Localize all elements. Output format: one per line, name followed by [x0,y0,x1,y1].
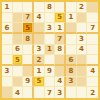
cell-r8c9[interactable] [87,77,98,88]
cell-r6c3[interactable] [23,55,34,66]
cell-r4c3[interactable]: 8 [23,34,34,45]
cell-r1c7[interactable] [66,2,77,13]
cell-r5c5[interactable]: 1 [45,45,56,56]
cell-r9c3[interactable] [23,87,34,98]
cell-r9c8[interactable] [77,87,88,98]
cell-r2c8[interactable] [77,13,88,24]
cell-r2c1[interactable] [2,13,13,24]
cell-r2c4[interactable]: 4 [34,13,45,24]
cell-r6c4[interactable]: 2 [34,55,45,66]
cell-r2c3[interactable]: 7 [23,13,34,24]
cell-r9c1[interactable] [2,87,13,98]
cell-r5c7[interactable] [66,45,77,56]
cell-r4c5[interactable] [45,34,56,45]
cell-r8c7[interactable]: 3 [66,77,77,88]
cell-r3c7[interactable] [66,23,77,34]
cell-r5c3[interactable] [23,45,34,56]
cell-r6c9[interactable] [87,55,98,66]
cell-r9c9[interactable]: 2 [87,87,98,98]
cell-r6c6[interactable] [55,55,66,66]
cell-r1c5[interactable]: 8 [45,2,56,13]
cell-r9c2[interactable]: 4 [13,87,24,98]
cell-r1c1[interactable]: 1 [2,2,13,13]
cell-r9c7[interactable] [66,87,77,98]
cell-r9c6[interactable]: 3 [55,87,66,98]
sudoku-board: 182745165317873631845263198495434732 [0,0,100,100]
cell-r7c5[interactable]: 9 [45,66,56,77]
cell-r7c9[interactable]: 4 [87,66,98,77]
cell-r1c8[interactable]: 2 [77,2,88,13]
cell-r5c1[interactable] [2,45,13,56]
cell-r3c3[interactable]: 5 [23,23,34,34]
cell-r1c9[interactable] [87,2,98,13]
cell-r6c8[interactable] [77,55,88,66]
cell-r7c3[interactable] [23,66,34,77]
cell-r6c5[interactable] [45,55,56,66]
cell-r3c5[interactable]: 3 [45,23,56,34]
cell-r7c1[interactable]: 3 [2,66,13,77]
cell-r5c4[interactable]: 3 [34,45,45,56]
cell-r8c4[interactable]: 5 [34,77,45,88]
cell-r3c8[interactable] [77,23,88,34]
cell-r4c1[interactable] [2,34,13,45]
cell-r3c4[interactable] [34,23,45,34]
cell-r8c1[interactable] [2,77,13,88]
cell-r5c8[interactable]: 4 [77,45,88,56]
cell-r3c9[interactable]: 7 [87,23,98,34]
cell-r2c2[interactable] [13,13,24,24]
cell-r5c2[interactable]: 6 [13,45,24,56]
cell-r2c5[interactable] [45,13,56,24]
cell-r8c3[interactable]: 9 [23,77,34,88]
cell-r4c6[interactable]: 7 [55,34,66,45]
cell-r2c6[interactable]: 5 [55,13,66,24]
cell-r4c9[interactable] [87,34,98,45]
cell-r7c7[interactable]: 8 [66,66,77,77]
cell-r1c4[interactable] [34,2,45,13]
cell-r6c2[interactable]: 5 [13,55,24,66]
cell-r4c4[interactable] [34,34,45,45]
cell-r9c4[interactable] [34,87,45,98]
cell-r4c8[interactable]: 3 [77,34,88,45]
cell-r4c7[interactable] [66,34,77,45]
cell-r9c5[interactable]: 7 [45,87,56,98]
cell-r5c9[interactable] [87,45,98,56]
cell-r4c2[interactable] [13,34,24,45]
cell-r3c2[interactable] [13,23,24,34]
cell-r5c6[interactable]: 8 [55,45,66,56]
cell-r3c1[interactable]: 6 [2,23,13,34]
cell-r1c3[interactable] [23,2,34,13]
cell-r1c2[interactable] [13,2,24,13]
cell-r6c1[interactable] [2,55,13,66]
cell-r8c8[interactable] [77,77,88,88]
cell-r8c6[interactable]: 4 [55,77,66,88]
cell-r3c6[interactable]: 1 [55,23,66,34]
cell-r7c2[interactable] [13,66,24,77]
cell-r2c7[interactable]: 1 [66,13,77,24]
cell-r7c4[interactable]: 1 [34,66,45,77]
cell-r8c2[interactable] [13,77,24,88]
cell-r2c9[interactable] [87,13,98,24]
cell-r7c6[interactable] [55,66,66,77]
cell-r1c6[interactable] [55,2,66,13]
cell-r8c5[interactable] [45,77,56,88]
cell-r6c7[interactable]: 6 [66,55,77,66]
cell-r7c8[interactable] [77,66,88,77]
